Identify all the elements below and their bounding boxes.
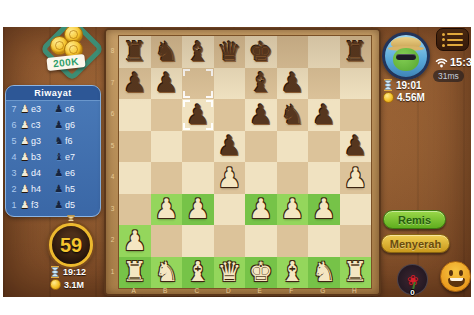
file-label: A bbox=[118, 287, 150, 294]
chess-board[interactable]: ♜♞♝♛♚♜♟♟♝♟♟♟♞♟♟♟♟♟♟♟♟♟♟♟♜♞♝♛♚♝♞♜ bbox=[118, 35, 372, 289]
opponent-time-bank-value: 19:01 bbox=[396, 80, 422, 91]
move-history-row: 4♟b3♝e7 bbox=[6, 149, 100, 165]
file-labels: ABCDEFGH bbox=[118, 287, 370, 294]
file-label: H bbox=[339, 287, 371, 294]
square-f7[interactable]: ♟ bbox=[277, 68, 309, 100]
square-h8[interactable]: ♜ bbox=[340, 36, 372, 68]
black-piece-icon: ♝ bbox=[53, 152, 65, 162]
white-move: g3 bbox=[31, 136, 53, 146]
square-d2[interactable] bbox=[214, 225, 246, 257]
piece-black-king[interactable]: ♚ bbox=[249, 37, 273, 67]
move-history-rows: 7♟e3♟c66♟c3♟g65♟g3♞f64♟b3♝e73♟d4♟e62♟h4♟… bbox=[6, 101, 100, 213]
white-piece-icon: ♟ bbox=[19, 152, 31, 162]
player-time-bank-value: 19:12 bbox=[63, 267, 86, 277]
rank-labels: 87654321 bbox=[108, 35, 117, 287]
file-label: C bbox=[181, 287, 213, 294]
square-h6[interactable] bbox=[340, 99, 372, 131]
rose-gift-button[interactable]: ❀ 0 bbox=[397, 264, 428, 295]
move-history-panel: Riwayat 7♟e3♟c66♟c3♟g65♟g3♞f64♟b3♝e73♟d4… bbox=[5, 85, 101, 217]
square-d1[interactable]: ♛ bbox=[214, 257, 246, 289]
square-h4[interactable]: ♟ bbox=[340, 162, 372, 194]
white-piece-icon: ♟ bbox=[19, 120, 31, 130]
square-a5[interactable] bbox=[119, 131, 151, 163]
square-e6[interactable]: ♟ bbox=[245, 99, 277, 131]
white-piece-icon: ♟ bbox=[19, 104, 31, 114]
piece-black-pawn[interactable]: ♟ bbox=[186, 100, 210, 130]
square-g1[interactable]: ♞ bbox=[308, 257, 340, 289]
square-f1[interactable]: ♝ bbox=[277, 257, 309, 289]
coin-icon bbox=[383, 92, 394, 103]
black-move: e7 bbox=[65, 152, 87, 162]
black-piece-icon: ♟ bbox=[53, 184, 65, 194]
smiley-eye bbox=[449, 270, 453, 276]
rank-label: 5 bbox=[108, 130, 117, 162]
square-b3[interactable]: ♟ bbox=[151, 194, 183, 226]
rose-count: 0 bbox=[398, 288, 427, 297]
square-d3[interactable] bbox=[214, 194, 246, 226]
rank-label: 7 bbox=[108, 67, 117, 99]
white-piece-icon: ♟ bbox=[19, 200, 31, 210]
rank-label: 8 bbox=[108, 35, 117, 67]
square-f2[interactable] bbox=[277, 225, 309, 257]
player-coins: 3.1M bbox=[50, 279, 84, 290]
system-clock: 15:30 bbox=[435, 56, 471, 68]
file-label: F bbox=[276, 287, 308, 294]
square-c5[interactable] bbox=[182, 131, 214, 163]
piece-black-pawn[interactable]: ♟ bbox=[249, 100, 273, 130]
square-h2[interactable] bbox=[340, 225, 372, 257]
piece-black-pawn[interactable]: ♟ bbox=[343, 131, 367, 161]
move-number: 1 bbox=[9, 200, 19, 210]
piece-black-pawn[interactable]: ♟ bbox=[217, 131, 241, 161]
square-f4[interactable] bbox=[277, 162, 309, 194]
square-a8[interactable]: ♜ bbox=[119, 36, 151, 68]
square-c4[interactable] bbox=[182, 162, 214, 194]
square-h3[interactable] bbox=[340, 194, 372, 226]
square-e5[interactable] bbox=[245, 131, 277, 163]
square-h1[interactable]: ♜ bbox=[340, 257, 372, 289]
black-move: f6 bbox=[65, 136, 87, 146]
file-label: B bbox=[150, 287, 182, 294]
square-h5[interactable]: ♟ bbox=[340, 131, 372, 163]
avatar-sunglasses bbox=[396, 54, 416, 60]
square-c3[interactable]: ♟ bbox=[182, 194, 214, 226]
move-history-row: 2♟h4♟h5 bbox=[6, 181, 100, 197]
opponent-coins-value: 4.56M bbox=[397, 92, 425, 103]
hourglass-icon bbox=[50, 266, 60, 278]
piece-black-pawn[interactable]: ♟ bbox=[123, 68, 147, 98]
square-f3[interactable]: ♟ bbox=[277, 194, 309, 226]
move-history-row: 1♟f3♟d5 bbox=[6, 197, 100, 213]
square-d6[interactable] bbox=[214, 99, 246, 131]
square-g5[interactable] bbox=[308, 131, 340, 163]
black-move: c6 bbox=[65, 104, 87, 114]
square-g4[interactable] bbox=[308, 162, 340, 194]
square-c8[interactable]: ♝ bbox=[182, 36, 214, 68]
white-move: e3 bbox=[31, 104, 53, 114]
white-move: c3 bbox=[31, 120, 53, 130]
black-move: g6 bbox=[65, 120, 87, 130]
square-a3[interactable] bbox=[119, 194, 151, 226]
square-b5[interactable] bbox=[151, 131, 183, 163]
square-a4[interactable] bbox=[119, 162, 151, 194]
piece-white-queen[interactable]: ♛ bbox=[217, 257, 241, 287]
player-move-timer: 59 bbox=[49, 223, 93, 267]
piece-white-pawn[interactable]: ♟ bbox=[343, 163, 367, 193]
game-screen: 200K Riwayat 7♟e3♟c66♟c3♟g65♟g3♞f64♟b3♝e… bbox=[3, 27, 471, 297]
piece-white-king[interactable]: ♚ bbox=[249, 257, 273, 287]
file-label: E bbox=[244, 287, 276, 294]
black-piece-icon: ♟ bbox=[53, 168, 65, 178]
square-a7[interactable]: ♟ bbox=[119, 68, 151, 100]
square-g6[interactable]: ♟ bbox=[308, 99, 340, 131]
move-history-row: 3♟d4♟e6 bbox=[6, 165, 100, 181]
wifi-icon bbox=[435, 57, 448, 68]
smiley-eye bbox=[459, 270, 463, 276]
file-label: D bbox=[213, 287, 245, 294]
opponent-time-bank: 19:01 bbox=[383, 79, 422, 91]
white-move: b3 bbox=[31, 152, 53, 162]
piece-white-pawn[interactable]: ♟ bbox=[186, 194, 210, 224]
chess-board-frame: 87654321 ♜♞♝♛♚♜♟♟♝♟♟♟♞♟♟♟♟♟♟♟♟♟♟♟♜♞♝♛♚♝♞… bbox=[104, 28, 381, 296]
black-move: h5 bbox=[65, 184, 87, 194]
square-e1[interactable]: ♚ bbox=[245, 257, 277, 289]
smiley-mouth bbox=[448, 278, 465, 287]
piece-black-queen[interactable]: ♛ bbox=[217, 37, 241, 67]
piece-white-pawn[interactable]: ♟ bbox=[123, 226, 147, 256]
rank-label: 2 bbox=[108, 224, 117, 256]
player-coins-value: 3.1M bbox=[64, 280, 84, 290]
square-d7[interactable] bbox=[214, 68, 246, 100]
piece-black-bishop[interactable]: ♝ bbox=[249, 68, 273, 98]
menu-button[interactable] bbox=[436, 28, 469, 51]
piece-black-pawn[interactable]: ♟ bbox=[154, 68, 178, 98]
piece-white-pawn[interactable]: ♟ bbox=[154, 194, 178, 224]
piece-white-knight[interactable]: ♞ bbox=[312, 257, 336, 287]
last-move-marker bbox=[183, 100, 213, 130]
move-number: 2 bbox=[9, 184, 19, 194]
square-e2[interactable] bbox=[245, 225, 277, 257]
emoji-chat-button[interactable] bbox=[440, 261, 471, 292]
square-d8[interactable]: ♛ bbox=[214, 36, 246, 68]
square-a1[interactable]: ♜ bbox=[119, 257, 151, 289]
square-a2[interactable]: ♟ bbox=[119, 225, 151, 257]
square-f8[interactable] bbox=[277, 36, 309, 68]
hourglass-icon bbox=[383, 79, 393, 91]
square-d4[interactable]: ♟ bbox=[214, 162, 246, 194]
rank-label: 3 bbox=[108, 193, 117, 225]
square-g2[interactable] bbox=[308, 225, 340, 257]
player-timer-value: 59 bbox=[60, 234, 82, 257]
move-number: 4 bbox=[9, 152, 19, 162]
resign-button[interactable]: Menyerah bbox=[381, 234, 450, 253]
rank-label: 4 bbox=[108, 161, 117, 193]
square-d5[interactable]: ♟ bbox=[214, 131, 246, 163]
piece-black-knight[interactable]: ♞ bbox=[154, 37, 178, 67]
white-move: d4 bbox=[31, 168, 53, 178]
piece-white-pawn[interactable]: ♟ bbox=[312, 194, 336, 224]
square-b1[interactable]: ♞ bbox=[151, 257, 183, 289]
piece-black-rook[interactable]: ♜ bbox=[343, 37, 367, 67]
square-b2[interactable] bbox=[151, 225, 183, 257]
move-history-row: 7♟e3♟c6 bbox=[6, 101, 100, 117]
piece-white-pawn[interactable]: ♟ bbox=[249, 194, 273, 224]
system-clock-value: 15:30 bbox=[450, 56, 471, 68]
black-move: e6 bbox=[65, 168, 87, 178]
piece-black-pawn[interactable]: ♟ bbox=[280, 68, 304, 98]
square-f6[interactable]: ♞ bbox=[277, 99, 309, 131]
square-b7[interactable]: ♟ bbox=[151, 68, 183, 100]
white-move: f3 bbox=[31, 200, 53, 210]
last-move-marker bbox=[183, 69, 213, 99]
piece-black-pawn[interactable]: ♟ bbox=[312, 100, 336, 130]
black-piece-icon: ♟ bbox=[53, 104, 65, 114]
rank-label: 1 bbox=[108, 256, 117, 288]
move-number: 5 bbox=[9, 136, 19, 146]
draw-button[interactable]: Remis bbox=[383, 210, 446, 229]
white-piece-icon: ♟ bbox=[19, 168, 31, 178]
piece-white-rook[interactable]: ♜ bbox=[123, 257, 147, 287]
stake-badge: 200K bbox=[41, 27, 103, 83]
piece-white-bishop[interactable]: ♝ bbox=[280, 257, 304, 287]
square-c7[interactable] bbox=[182, 68, 214, 100]
black-move: d5 bbox=[65, 200, 87, 210]
square-e4[interactable] bbox=[245, 162, 277, 194]
white-piece-icon: ♟ bbox=[19, 184, 31, 194]
piece-black-bishop[interactable]: ♝ bbox=[186, 37, 210, 67]
square-h7[interactable] bbox=[340, 68, 372, 100]
file-label: G bbox=[307, 287, 339, 294]
move-number: 7 bbox=[9, 104, 19, 114]
square-e7[interactable]: ♝ bbox=[245, 68, 277, 100]
rank-label: 6 bbox=[108, 98, 117, 130]
square-e3[interactable]: ♟ bbox=[245, 194, 277, 226]
square-g7[interactable] bbox=[308, 68, 340, 100]
ping-badge: 31ms bbox=[433, 70, 464, 82]
square-b8[interactable]: ♞ bbox=[151, 36, 183, 68]
square-f5[interactable] bbox=[277, 131, 309, 163]
piece-black-rook[interactable]: ♜ bbox=[123, 37, 147, 67]
opponent-coins: 4.56M bbox=[383, 92, 425, 103]
black-piece-icon: ♞ bbox=[53, 136, 65, 146]
opponent-avatar[interactable] bbox=[382, 32, 430, 80]
black-piece-icon: ♟ bbox=[53, 120, 65, 130]
square-c1[interactable]: ♝ bbox=[182, 257, 214, 289]
square-g3[interactable]: ♟ bbox=[308, 194, 340, 226]
move-history-row: 6♟c3♟g6 bbox=[6, 117, 100, 133]
piece-white-knight[interactable]: ♞ bbox=[154, 257, 178, 287]
move-number: 6 bbox=[9, 120, 19, 130]
square-b6[interactable] bbox=[151, 99, 183, 131]
square-a6[interactable] bbox=[119, 99, 151, 131]
coin-icon bbox=[50, 279, 61, 290]
square-c6[interactable]: ♟ bbox=[182, 99, 214, 131]
move-number: 3 bbox=[9, 168, 19, 178]
square-e8[interactable]: ♚ bbox=[245, 36, 277, 68]
square-c2[interactable] bbox=[182, 225, 214, 257]
square-g8[interactable] bbox=[308, 36, 340, 68]
white-piece-icon: ♟ bbox=[19, 136, 31, 146]
move-history-row: 5♟g3♞f6 bbox=[6, 133, 100, 149]
player-time-bank: 19:12 bbox=[50, 266, 86, 278]
piece-white-bishop[interactable]: ♝ bbox=[186, 257, 210, 287]
black-piece-icon: ♟ bbox=[53, 200, 65, 210]
move-history-title: Riwayat bbox=[6, 86, 100, 101]
piece-black-knight[interactable]: ♞ bbox=[280, 100, 304, 130]
piece-white-rook[interactable]: ♜ bbox=[343, 257, 367, 287]
white-move: h4 bbox=[31, 184, 53, 194]
piece-white-pawn[interactable]: ♟ bbox=[217, 163, 241, 193]
square-b4[interactable] bbox=[151, 162, 183, 194]
piece-white-pawn[interactable]: ♟ bbox=[280, 194, 304, 224]
